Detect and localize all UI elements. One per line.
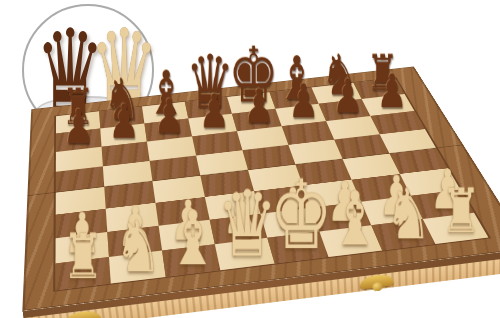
piece-dark-pawn-b7[interactable]: ♟	[108, 101, 139, 144]
piece-dark-pawn-e7[interactable]: ♟	[244, 86, 275, 128]
square-a5[interactable]	[56, 166, 104, 192]
piece-light-bishop-f1[interactable]: ♝	[330, 185, 380, 252]
piece-dark-pawn-f7[interactable]: ♟	[288, 81, 319, 123]
square-d1[interactable]: ♛	[215, 238, 275, 270]
piece-light-bishop-c1[interactable]: ♝	[168, 204, 218, 272]
piece-light-king-e1[interactable]: ♚	[270, 173, 333, 259]
piece-light-knight-g1[interactable]: ♞	[385, 183, 431, 246]
piece-light-queen-d1[interactable]: ♛	[217, 184, 278, 266]
piece-dark-pawn-d7[interactable]: ♟	[199, 91, 230, 133]
piece-dark-pawn-g7[interactable]: ♟	[332, 76, 363, 118]
brass-clasp-right	[360, 273, 394, 289]
square-h1[interactable]: ♜	[423, 213, 489, 244]
piece-dark-pawn-c7[interactable]: ♟	[154, 96, 185, 139]
piece-dark-pawn-h7[interactable]: ♟	[377, 71, 408, 113]
square-a1[interactable]: ♜	[55, 257, 110, 290]
square-g1[interactable]: ♞	[371, 219, 435, 250]
product-photo-stage: ♛♛ ♜♞♝♛♚♝♞♜♟♟♟♟♟♟♟♟♟♟♟♟♟♟♟♟♜♞♝♛♚♝♞♜	[0, 0, 500, 318]
piece-light-rook-h1[interactable]: ♜	[441, 185, 481, 240]
piece-light-knight-b1[interactable]: ♞	[115, 215, 162, 279]
chess-board: ♜♞♝♛♚♝♞♜♟♟♟♟♟♟♟♟♟♟♟♟♟♟♟♟♜♞♝♛♚♝♞♜	[22, 66, 500, 311]
square-c1[interactable]: ♝	[162, 244, 220, 277]
square-f6[interactable]	[282, 121, 334, 145]
piece-dark-pawn-a7[interactable]: ♟	[63, 106, 94, 149]
square-c6[interactable]	[147, 136, 196, 160]
square-h6[interactable]	[370, 111, 425, 134]
square-b1[interactable]: ♞	[109, 251, 166, 284]
square-e6[interactable]	[237, 126, 288, 150]
board-frame: ♜♞♝♛♚♝♞♜♟♟♟♟♟♟♟♟♟♟♟♟♟♟♟♟♜♞♝♛♚♝♞♜	[22, 66, 500, 311]
square-a7[interactable]: ♟	[56, 129, 102, 152]
square-d6[interactable]	[192, 131, 242, 155]
square-c7[interactable]: ♟	[144, 119, 192, 142]
piece-light-rook-a1[interactable]: ♜	[63, 230, 104, 286]
